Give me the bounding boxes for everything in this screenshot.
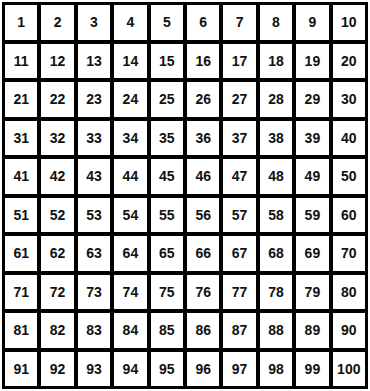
grid-cell-100: 100 bbox=[333, 352, 365, 387]
grid-cell-24: 24 bbox=[114, 82, 146, 117]
grid-cell-5: 5 bbox=[151, 5, 183, 40]
grid-cell-2: 2 bbox=[41, 5, 73, 40]
grid-cell-65: 65 bbox=[151, 236, 183, 271]
grid-cell-62: 62 bbox=[41, 236, 73, 271]
grid-cell-4: 4 bbox=[114, 5, 146, 40]
grid-cell-78: 78 bbox=[260, 275, 292, 310]
grid-cell-96: 96 bbox=[187, 352, 219, 387]
grid-cell-63: 63 bbox=[78, 236, 110, 271]
board-margin: 1234567891011121314151617181920212223242… bbox=[0, 0, 370, 391]
grid-cell-27: 27 bbox=[223, 82, 255, 117]
grid-cell-59: 59 bbox=[296, 198, 328, 233]
grid-cell-98: 98 bbox=[260, 352, 292, 387]
grid-cell-68: 68 bbox=[260, 236, 292, 271]
grid-cell-91: 91 bbox=[5, 352, 37, 387]
grid-cell-95: 95 bbox=[151, 352, 183, 387]
grid-cell-89: 89 bbox=[296, 313, 328, 348]
grid-cell-76: 76 bbox=[187, 275, 219, 310]
grid-cell-88: 88 bbox=[260, 313, 292, 348]
grid-cell-1: 1 bbox=[5, 5, 37, 40]
grid-cell-73: 73 bbox=[78, 275, 110, 310]
grid-cell-75: 75 bbox=[151, 275, 183, 310]
grid-cell-64: 64 bbox=[114, 236, 146, 271]
grid-cell-17: 17 bbox=[223, 44, 255, 79]
grid-cell-37: 37 bbox=[223, 121, 255, 156]
grid-cell-97: 97 bbox=[223, 352, 255, 387]
grid-cell-32: 32 bbox=[41, 121, 73, 156]
grid-cell-34: 34 bbox=[114, 121, 146, 156]
grid-cell-67: 67 bbox=[223, 236, 255, 271]
grid-cell-51: 51 bbox=[5, 198, 37, 233]
grid-cell-87: 87 bbox=[223, 313, 255, 348]
grid-cell-52: 52 bbox=[41, 198, 73, 233]
grid-cell-13: 13 bbox=[78, 44, 110, 79]
grid-cell-3: 3 bbox=[78, 5, 110, 40]
grid-cell-16: 16 bbox=[187, 44, 219, 79]
grid-cell-19: 19 bbox=[296, 44, 328, 79]
grid-cell-71: 71 bbox=[5, 275, 37, 310]
grid-cell-38: 38 bbox=[260, 121, 292, 156]
grid-cell-99: 99 bbox=[296, 352, 328, 387]
grid-cell-54: 54 bbox=[114, 198, 146, 233]
grid-cell-23: 23 bbox=[78, 82, 110, 117]
grid-cell-92: 92 bbox=[41, 352, 73, 387]
hundreds-chart-board: 1234567891011121314151617181920212223242… bbox=[2, 2, 368, 389]
grid-cell-47: 47 bbox=[223, 159, 255, 194]
grid-cell-93: 93 bbox=[78, 352, 110, 387]
grid-cell-82: 82 bbox=[41, 313, 73, 348]
grid-cell-66: 66 bbox=[187, 236, 219, 271]
grid-cell-46: 46 bbox=[187, 159, 219, 194]
grid-cell-33: 33 bbox=[78, 121, 110, 156]
grid-cell-85: 85 bbox=[151, 313, 183, 348]
grid-cell-41: 41 bbox=[5, 159, 37, 194]
grid-cell-53: 53 bbox=[78, 198, 110, 233]
grid-cell-48: 48 bbox=[260, 159, 292, 194]
grid-cell-44: 44 bbox=[114, 159, 146, 194]
grid-cell-79: 79 bbox=[296, 275, 328, 310]
grid-cell-77: 77 bbox=[223, 275, 255, 310]
grid-cell-86: 86 bbox=[187, 313, 219, 348]
grid-cell-80: 80 bbox=[333, 275, 365, 310]
grid-cell-69: 69 bbox=[296, 236, 328, 271]
grid-cell-70: 70 bbox=[333, 236, 365, 271]
grid-cell-22: 22 bbox=[41, 82, 73, 117]
grid-cell-31: 31 bbox=[5, 121, 37, 156]
grid-cell-29: 29 bbox=[296, 82, 328, 117]
grid-cell-26: 26 bbox=[187, 82, 219, 117]
grid-cell-60: 60 bbox=[333, 198, 365, 233]
grid-cell-74: 74 bbox=[114, 275, 146, 310]
grid-cell-40: 40 bbox=[333, 121, 365, 156]
grid-cell-43: 43 bbox=[78, 159, 110, 194]
grid-cell-57: 57 bbox=[223, 198, 255, 233]
grid-cell-9: 9 bbox=[296, 5, 328, 40]
grid-cell-49: 49 bbox=[296, 159, 328, 194]
grid-cell-42: 42 bbox=[41, 159, 73, 194]
grid-cell-15: 15 bbox=[151, 44, 183, 79]
grid-cell-25: 25 bbox=[151, 82, 183, 117]
grid-cell-72: 72 bbox=[41, 275, 73, 310]
grid-cell-94: 94 bbox=[114, 352, 146, 387]
grid-cell-45: 45 bbox=[151, 159, 183, 194]
grid-cell-36: 36 bbox=[187, 121, 219, 156]
grid-cell-7: 7 bbox=[223, 5, 255, 40]
grid-cell-39: 39 bbox=[296, 121, 328, 156]
grid-cell-90: 90 bbox=[333, 313, 365, 348]
grid-cell-83: 83 bbox=[78, 313, 110, 348]
grid-cell-18: 18 bbox=[260, 44, 292, 79]
grid-cell-56: 56 bbox=[187, 198, 219, 233]
grid-cell-20: 20 bbox=[333, 44, 365, 79]
grid-cell-50: 50 bbox=[333, 159, 365, 194]
grid-cell-55: 55 bbox=[151, 198, 183, 233]
grid-cell-30: 30 bbox=[333, 82, 365, 117]
grid-cell-8: 8 bbox=[260, 5, 292, 40]
grid-cell-6: 6 bbox=[187, 5, 219, 40]
grid-cell-10: 10 bbox=[333, 5, 365, 40]
grid-cell-58: 58 bbox=[260, 198, 292, 233]
grid-cell-28: 28 bbox=[260, 82, 292, 117]
grid-cell-11: 11 bbox=[5, 44, 37, 79]
grid-cell-84: 84 bbox=[114, 313, 146, 348]
grid-cell-21: 21 bbox=[5, 82, 37, 117]
grid-cell-35: 35 bbox=[151, 121, 183, 156]
grid-cell-12: 12 bbox=[41, 44, 73, 79]
grid-cell-81: 81 bbox=[5, 313, 37, 348]
grid-cell-61: 61 bbox=[5, 236, 37, 271]
grid-cell-14: 14 bbox=[114, 44, 146, 79]
